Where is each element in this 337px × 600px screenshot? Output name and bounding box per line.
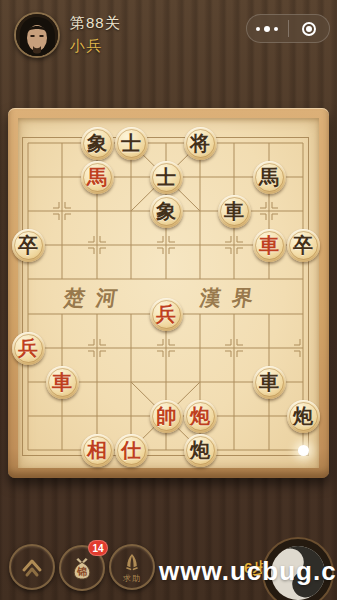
- more-icon: [256, 27, 260, 31]
- piece-black-soldier[interactable]: 卒: [12, 229, 45, 262]
- piece-black-advisor[interactable]: 士: [115, 127, 148, 160]
- close-icon: [302, 22, 316, 36]
- move-highlight-dot: [298, 445, 309, 456]
- help-label: 求助: [111, 573, 153, 584]
- piece-red-soldier[interactable]: 兵: [12, 332, 45, 365]
- piece-black-chariot[interactable]: 車: [253, 366, 286, 399]
- river-text-right: 漢界: [198, 284, 266, 312]
- xiangqi-board: 楚河 漢界 象士将馬士馬象車卒車卒兵兵車車帥炮炮相仕炮: [8, 108, 329, 478]
- svg-text:锦: 锦: [76, 566, 87, 577]
- miniprogram-capsule: [246, 14, 330, 43]
- app-screen: 第88关 小兵 楚河 漢界 象士将馬士馬象車卒車: [0, 0, 337, 600]
- piece-red-general[interactable]: 帥: [150, 400, 183, 433]
- level-title: 第88关: [70, 14, 121, 33]
- piece-black-cannon[interactable]: 炮: [287, 400, 320, 433]
- piece-black-horse[interactable]: 馬: [253, 161, 286, 194]
- more-button[interactable]: [247, 15, 288, 42]
- piece-black-soldier[interactable]: 卒: [287, 229, 320, 262]
- chevron-up-icon: [18, 553, 46, 581]
- board-surface[interactable]: 楚河 漢界 象士将馬士馬象車卒車卒兵兵車車帥炮炮相仕炮: [18, 118, 319, 468]
- watermark-text: www.ucbug.cc: [159, 556, 337, 587]
- piece-red-cannon[interactable]: 炮: [184, 400, 217, 433]
- piece-red-advisor[interactable]: 仕: [115, 434, 148, 467]
- piece-red-elephant[interactable]: 相: [81, 434, 114, 467]
- river-text-left: 楚河: [62, 284, 130, 312]
- hint-count-badge: 14: [88, 540, 108, 556]
- piece-red-chariot[interactable]: 車: [253, 229, 286, 262]
- piece-black-general[interactable]: 将: [184, 127, 217, 160]
- avatar: [14, 12, 60, 58]
- player-name: 小兵: [70, 37, 102, 56]
- piece-red-soldier[interactable]: 兵: [150, 298, 183, 331]
- close-button[interactable]: [289, 15, 330, 42]
- piece-black-advisor[interactable]: 士: [150, 161, 183, 194]
- piece-black-elephant[interactable]: 象: [150, 195, 183, 228]
- money-bag-icon: 锦: [67, 553, 97, 583]
- piece-red-horse[interactable]: 馬: [81, 161, 114, 194]
- piece-black-elephant[interactable]: 象: [81, 127, 114, 160]
- piece-red-chariot[interactable]: 車: [46, 366, 79, 399]
- avatar-face-image: [16, 14, 58, 56]
- expand-button[interactable]: [9, 544, 55, 590]
- piece-black-cannon[interactable]: 炮: [184, 434, 217, 467]
- piece-black-chariot[interactable]: 車: [218, 195, 251, 228]
- help-button[interactable]: 求助: [109, 544, 155, 590]
